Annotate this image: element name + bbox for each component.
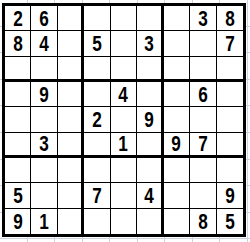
sudoku-cell-r8c1[interactable]: 5 — [5, 183, 31, 208]
sudoku-cell-r3c9[interactable] — [217, 57, 243, 82]
sudoku-cell-r3c4[interactable] — [84, 57, 110, 82]
sudoku-cell-r9c1[interactable]: 9 — [5, 209, 31, 234]
sudoku-cell-r9c7[interactable] — [164, 209, 190, 234]
sudoku-cell-r8c3[interactable] — [58, 183, 84, 208]
sudoku-cell-r6c4[interactable] — [84, 133, 110, 158]
sudoku-cell-r7c7[interactable] — [164, 158, 190, 183]
sudoku-cell-r2c3[interactable] — [58, 31, 84, 56]
sudoku-cell-r5c6[interactable]: 9 — [137, 107, 163, 132]
given-digit: 9 — [39, 83, 49, 106]
given-digit: 6 — [39, 7, 49, 30]
given-digit: 3 — [39, 133, 49, 156]
given-digit: 5 — [92, 32, 102, 55]
sudoku-cell-r4c1[interactable] — [5, 82, 31, 107]
given-digit: 8 — [13, 32, 23, 55]
sudoku-cell-r1c2[interactable]: 6 — [31, 6, 57, 31]
sudoku-cell-r2c5[interactable] — [111, 31, 137, 56]
given-digit: 2 — [13, 7, 23, 30]
given-digit: 5 — [225, 210, 235, 233]
sudoku-cell-r3c1[interactable] — [5, 57, 31, 82]
given-digit: 3 — [198, 7, 208, 30]
given-digit: 8 — [225, 7, 235, 30]
sudoku-cell-r2c1[interactable]: 8 — [5, 31, 31, 56]
sudoku-cell-r3c7[interactable] — [164, 57, 190, 82]
given-digit: 1 — [39, 210, 49, 233]
sudoku-cell-r7c6[interactable] — [137, 158, 163, 183]
sudoku-cell-r7c9[interactable] — [217, 158, 243, 183]
given-digit: 9 — [13, 210, 23, 233]
given-digit: 8 — [198, 210, 208, 233]
sudoku-cell-r9c3[interactable] — [58, 209, 84, 234]
sudoku-cell-r8c2[interactable] — [31, 183, 57, 208]
sudoku-cell-r6c2[interactable]: 3 — [31, 133, 57, 158]
given-digit: 2 — [92, 108, 102, 131]
sudoku-cell-r3c2[interactable] — [31, 57, 57, 82]
sudoku-board: 26388453794629319757499185 — [2, 3, 246, 237]
sudoku-cell-r7c3[interactable] — [58, 158, 84, 183]
sudoku-cell-r6c6[interactable] — [137, 133, 163, 158]
sudoku-cell-r4c9[interactable] — [217, 82, 243, 107]
sudoku-cell-r1c3[interactable] — [58, 6, 84, 31]
sudoku-cell-r4c5[interactable]: 4 — [111, 82, 137, 107]
sudoku-cell-r4c8[interactable]: 6 — [190, 82, 216, 107]
sudoku-cell-r7c5[interactable] — [111, 158, 137, 183]
given-digit: 7 — [198, 133, 208, 156]
given-digit: 9 — [172, 133, 182, 156]
sudoku-cell-r5c4[interactable]: 2 — [84, 107, 110, 132]
sudoku-cell-r2c4[interactable]: 5 — [84, 31, 110, 56]
given-digit: 3 — [144, 32, 154, 55]
sudoku-cell-r5c8[interactable] — [190, 107, 216, 132]
given-digit: 4 — [39, 32, 49, 55]
sudoku-cell-r1c9[interactable]: 8 — [217, 6, 243, 31]
given-digit: 9 — [225, 184, 235, 207]
sudoku-cell-r3c5[interactable] — [111, 57, 137, 82]
sudoku-cell-r4c4[interactable] — [84, 82, 110, 107]
sudoku-cell-r8c8[interactable] — [190, 183, 216, 208]
sudoku-cell-r3c8[interactable] — [190, 57, 216, 82]
sudoku-cell-r8c6[interactable]: 4 — [137, 183, 163, 208]
sudoku-cell-r1c8[interactable]: 3 — [190, 6, 216, 31]
given-digit: 4 — [119, 83, 129, 106]
sudoku-cell-r3c6[interactable] — [137, 57, 163, 82]
sudoku-cell-r4c7[interactable] — [164, 82, 190, 107]
sudoku-cell-r7c2[interactable] — [31, 158, 57, 183]
sudoku-cell-r4c6[interactable] — [137, 82, 163, 107]
sudoku-cell-r8c9[interactable]: 9 — [217, 183, 243, 208]
sudoku-cell-r1c5[interactable] — [111, 6, 137, 31]
sudoku-cell-r8c7[interactable] — [164, 183, 190, 208]
sudoku-cell-r2c6[interactable]: 3 — [137, 31, 163, 56]
sudoku-cell-r7c1[interactable] — [5, 158, 31, 183]
sudoku-cell-r1c4[interactable] — [84, 6, 110, 31]
sudoku-cell-r4c3[interactable] — [58, 82, 84, 107]
sudoku-cell-r5c1[interactable] — [5, 107, 31, 132]
sudoku-cell-r8c5[interactable] — [111, 183, 137, 208]
sudoku-cell-r1c6[interactable] — [137, 6, 163, 31]
sudoku-cell-r5c5[interactable] — [111, 107, 137, 132]
given-digit: 1 — [119, 133, 129, 156]
sudoku-cell-r9c5[interactable] — [111, 209, 137, 234]
sudoku-cell-r9c4[interactable] — [84, 209, 110, 234]
sudoku-cell-r8c4[interactable]: 7 — [84, 183, 110, 208]
sudoku-cell-r6c8[interactable]: 7 — [190, 133, 216, 158]
sudoku-cell-r2c2[interactable]: 4 — [31, 31, 57, 56]
sudoku-cell-r2c8[interactable] — [190, 31, 216, 56]
sudoku-cell-r3c3[interactable] — [58, 57, 84, 82]
given-digit: 9 — [144, 108, 154, 131]
sudoku-cell-r7c8[interactable] — [190, 158, 216, 183]
sudoku-cell-r2c9[interactable]: 7 — [217, 31, 243, 56]
given-digit: 6 — [198, 83, 208, 106]
sudoku-cell-r5c3[interactable] — [58, 107, 84, 132]
sudoku-cell-r5c9[interactable] — [217, 107, 243, 132]
sudoku-cell-r4c2[interactable]: 9 — [31, 82, 57, 107]
sudoku-cell-r9c9[interactable]: 5 — [217, 209, 243, 234]
sudoku-cell-r1c1[interactable]: 2 — [5, 6, 31, 31]
given-digit: 5 — [13, 184, 23, 207]
sudoku-cell-r7c4[interactable] — [84, 158, 110, 183]
given-digit: 7 — [225, 32, 235, 55]
sudoku-cell-r1c7[interactable] — [164, 6, 190, 31]
sudoku-cell-r9c8[interactable]: 8 — [190, 209, 216, 234]
sudoku-cell-r6c7[interactable]: 9 — [164, 133, 190, 158]
sudoku-cell-r6c5[interactable]: 1 — [111, 133, 137, 158]
given-digit: 4 — [144, 184, 154, 207]
sudoku-cell-r9c2[interactable]: 1 — [31, 209, 57, 234]
sudoku-cell-r6c1[interactable] — [5, 133, 31, 158]
sudoku-cell-r2c7[interactable] — [164, 31, 190, 56]
sudoku-cell-r6c3[interactable] — [58, 133, 84, 158]
sudoku-cell-r5c7[interactable] — [164, 107, 190, 132]
sudoku-cell-r9c6[interactable] — [137, 209, 163, 234]
sudoku-cell-r6c9[interactable] — [217, 133, 243, 158]
given-digit: 7 — [92, 184, 102, 207]
sudoku-cell-r5c2[interactable] — [31, 107, 57, 132]
